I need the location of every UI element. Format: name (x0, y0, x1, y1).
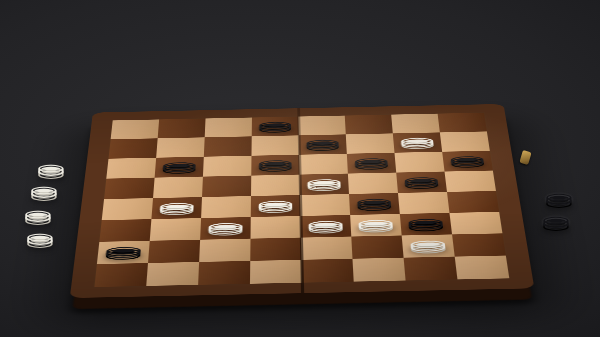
square-f3[interactable]: ⛂ (350, 214, 402, 237)
square-e7[interactable]: ⛂ (299, 134, 347, 154)
square-e5[interactable]: ⛂ (300, 174, 349, 195)
square-c6[interactable] (203, 156, 252, 177)
checkers-board: ⛂⛂⛂⛂⛂⛂⛂⛂⛂⛂⛂⛂⛂⛂⛂⛂⛂⛂ (70, 104, 535, 298)
square-g2[interactable]: ⛂ (402, 234, 455, 257)
captured-white-piece-3[interactable]: ⛂ (20, 204, 56, 226)
square-f1[interactable] (352, 258, 405, 282)
white-piece-b4[interactable]: ⛂ (158, 197, 196, 217)
square-c7[interactable] (204, 136, 252, 156)
captured-white-piece-2[interactable]: ⛂ (26, 180, 62, 202)
square-g5[interactable]: ⛂ (396, 172, 447, 193)
white-piece-f3[interactable]: ⛂ (356, 214, 395, 234)
table-scene: ⛂⛂⛂⛂⛂⛂⛂⛂⛂⛂⛂⛂⛂⛂⛂⛂⛂⛂ ⛂⛂⛂⛂⛂⛂ (0, 0, 600, 337)
black-piece-d8[interactable]: ⛂ (258, 116, 293, 134)
square-g1[interactable] (404, 257, 458, 281)
square-b3[interactable] (150, 218, 201, 241)
playing-grid: ⛂⛂⛂⛂⛂⛂⛂⛂⛂⛂⛂⛂⛂⛂⛂⛂⛂⛂ (94, 113, 509, 287)
square-h1[interactable] (455, 256, 510, 280)
square-a1[interactable] (94, 263, 148, 287)
black-piece-f6[interactable]: ⛂ (353, 153, 390, 172)
square-d1[interactable] (250, 260, 302, 284)
black-piece-g5[interactable]: ⛂ (402, 171, 440, 190)
square-c1[interactable] (198, 261, 250, 285)
square-b8[interactable] (158, 118, 206, 138)
square-a7[interactable] (108, 138, 157, 158)
square-a8[interactable] (111, 119, 159, 139)
square-h3[interactable] (449, 212, 502, 235)
black-piece-h6[interactable]: ⛂ (448, 151, 487, 170)
white-piece-e5[interactable]: ⛂ (306, 173, 343, 192)
square-a6[interactable] (106, 158, 156, 179)
square-e1[interactable] (301, 259, 353, 283)
square-h4[interactable] (447, 191, 499, 213)
board-wrap: ⛂⛂⛂⛂⛂⛂⛂⛂⛂⛂⛂⛂⛂⛂⛂⛂⛂⛂ (77, 0, 522, 337)
white-piece-g7[interactable]: ⛂ (399, 132, 436, 150)
square-c8[interactable] (205, 118, 252, 138)
square-b6[interactable]: ⛂ (155, 157, 204, 178)
square-a2[interactable]: ⛂ (97, 241, 150, 264)
square-b2[interactable] (148, 240, 200, 263)
square-h2[interactable] (452, 233, 506, 256)
square-h8[interactable] (438, 113, 487, 133)
captured-black-piece-1[interactable]: ⛂ (541, 187, 577, 209)
square-f8[interactable] (345, 115, 393, 135)
square-e2[interactable] (301, 237, 353, 260)
square-g7[interactable]: ⛂ (393, 132, 442, 152)
square-d8[interactable]: ⛂ (252, 117, 299, 137)
captured-white-piece-1[interactable]: ⛂ (33, 158, 69, 180)
white-piece-d4[interactable]: ⛂ (257, 195, 294, 215)
square-e3[interactable]: ⛂ (300, 215, 351, 238)
white-piece-c3[interactable]: ⛂ (206, 217, 244, 237)
square-b1[interactable] (146, 262, 199, 286)
square-f6[interactable]: ⛂ (347, 153, 396, 174)
square-c3[interactable]: ⛂ (200, 217, 251, 240)
square-d2[interactable] (250, 238, 301, 261)
black-piece-b6[interactable]: ⛂ (161, 157, 198, 176)
square-h6[interactable]: ⛂ (442, 151, 493, 172)
square-h5[interactable] (445, 171, 496, 192)
black-piece-e7[interactable]: ⛂ (305, 134, 341, 152)
white-piece-g2[interactable]: ⛂ (408, 234, 448, 255)
black-piece-a2[interactable]: ⛂ (103, 241, 143, 262)
square-a4[interactable] (102, 198, 153, 220)
captured-white-piece-4[interactable]: ⛂ (22, 227, 58, 249)
square-b4[interactable]: ⛂ (151, 197, 202, 219)
brass-clasp (519, 150, 531, 165)
square-c5[interactable] (202, 176, 251, 197)
square-d4[interactable]: ⛂ (251, 195, 301, 217)
white-piece-e3[interactable]: ⛂ (307, 215, 345, 235)
square-c2[interactable] (199, 239, 250, 262)
square-d6[interactable]: ⛂ (251, 155, 299, 176)
square-d3[interactable] (251, 216, 301, 239)
square-f2[interactable] (351, 235, 403, 258)
square-a5[interactable] (104, 178, 155, 199)
black-piece-d6[interactable]: ⛂ (257, 155, 293, 174)
captured-black-piece-2[interactable]: ⛂ (538, 210, 574, 232)
black-piece-f4[interactable]: ⛂ (355, 193, 393, 213)
black-piece-g3[interactable]: ⛂ (406, 213, 446, 233)
